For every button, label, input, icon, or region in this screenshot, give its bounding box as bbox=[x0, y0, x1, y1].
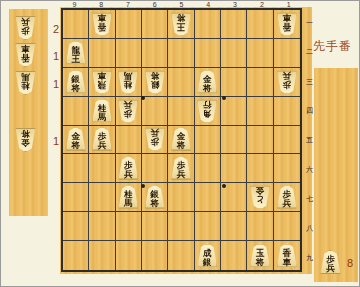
shogi-piece[interactable]: 桂馬 bbox=[91, 98, 112, 122]
shogi-board-panel: 香車王将香車龍王銀将飛車桂馬銀将金将歩兵桂馬歩兵角行金将歩兵歩兵金将歩兵歩兵桂馬… bbox=[60, 7, 312, 274]
hand-count: 1 bbox=[53, 50, 59, 62]
shogi-board[interactable]: 香車王将香車龍王銀将飛車桂馬銀将金将歩兵桂馬歩兵角行金将歩兵歩兵金将歩兵歩兵桂馬… bbox=[61, 8, 302, 272]
shogi-piece[interactable]: 龍王 bbox=[65, 40, 86, 64]
board-square-5二[interactable] bbox=[168, 39, 194, 68]
piece-kanji: 将 bbox=[65, 141, 86, 150]
board-square-9八[interactable] bbox=[63, 212, 89, 241]
board-square-3七[interactable] bbox=[221, 183, 247, 212]
shogi-piece[interactable]: 歩兵 bbox=[170, 156, 191, 180]
hoshi-dot bbox=[141, 96, 145, 100]
board-square-6六[interactable] bbox=[142, 154, 168, 183]
rank-label-1: 一 bbox=[305, 19, 314, 27]
piece-kanji: 香 bbox=[15, 53, 36, 62]
shogi-piece[interactable]: 香車 bbox=[276, 12, 297, 36]
board-square-5三[interactable] bbox=[168, 68, 194, 97]
board-square-3九[interactable] bbox=[221, 241, 247, 270]
piece-kanji: 兵 bbox=[118, 100, 139, 109]
file-label-5: 5 bbox=[172, 1, 192, 8]
board-square-6五[interactable]: 歩兵 bbox=[142, 126, 168, 155]
shogi-piece[interactable]: 香車 bbox=[15, 43, 36, 67]
board-square-3一[interactable] bbox=[221, 10, 247, 39]
file-label-6: 6 bbox=[145, 1, 165, 8]
turn-indicator: 先手番 bbox=[313, 38, 352, 55]
board-square-8七[interactable] bbox=[89, 183, 115, 212]
gote-hand-tray: 歩兵2香車1桂馬1金将1 bbox=[9, 9, 48, 216]
board-square-3二[interactable] bbox=[221, 39, 247, 68]
shogi-piece[interactable]: 銀将 bbox=[65, 69, 86, 93]
board-square-1三[interactable]: 歩兵 bbox=[274, 68, 300, 97]
rank-label-7: 七 bbox=[305, 195, 314, 203]
shogi-piece[interactable]: 歩兵 bbox=[144, 128, 165, 152]
piece-kanji: 行 bbox=[197, 100, 218, 109]
board-square-7七[interactable]: 桂馬 bbox=[116, 183, 142, 212]
board-square-1二[interactable] bbox=[274, 39, 300, 68]
board-square-6三[interactable]: 銀将 bbox=[142, 68, 168, 97]
shogi-piece[interactable]: 玉将 bbox=[249, 243, 270, 267]
board-square-2三[interactable] bbox=[247, 68, 273, 97]
piece-kanji: 王 bbox=[65, 54, 86, 63]
board-square-4六[interactable] bbox=[195, 154, 221, 183]
hand-slot: 歩兵 bbox=[320, 250, 341, 274]
board-square-8八[interactable] bbox=[89, 212, 115, 241]
board-square-5五[interactable]: 金将 bbox=[168, 126, 194, 155]
board-square-4五[interactable] bbox=[195, 126, 221, 155]
piece-kanji: 将 bbox=[170, 13, 191, 22]
piece-kanji: 兵 bbox=[15, 17, 36, 26]
board-square-1八[interactable] bbox=[274, 212, 300, 241]
board-square-7二[interactable] bbox=[116, 39, 142, 68]
hand-count: 2 bbox=[53, 23, 59, 35]
board-square-9四[interactable] bbox=[63, 97, 89, 126]
piece-kanji: 金 bbox=[15, 138, 36, 147]
board-square-2七[interactable]: と金 bbox=[247, 183, 273, 212]
hoshi-dot bbox=[141, 184, 145, 188]
board-square-4九[interactable]: 成銀 bbox=[195, 241, 221, 270]
piece-kanji: 王 bbox=[170, 22, 191, 31]
board-square-8三[interactable]: 飛車 bbox=[89, 68, 115, 97]
hoshi-dot bbox=[222, 96, 226, 100]
rank-label-8: 八 bbox=[305, 224, 314, 232]
board-square-2二[interactable] bbox=[247, 39, 273, 68]
shogi-piece[interactable]: 歩兵 bbox=[276, 70, 297, 94]
board-square-8四[interactable]: 桂馬 bbox=[89, 97, 115, 126]
piece-kanji: 香 bbox=[91, 22, 112, 31]
piece-kanji: 桂 bbox=[15, 81, 36, 90]
file-label-1: 1 bbox=[279, 1, 299, 8]
shogi-piece[interactable]: 歩兵 bbox=[320, 250, 341, 274]
file-label-9: 9 bbox=[64, 1, 84, 8]
board-square-9一[interactable] bbox=[63, 10, 89, 39]
board-square-1一[interactable]: 香車 bbox=[274, 10, 300, 39]
file-label-8: 8 bbox=[91, 1, 111, 8]
piece-kanji: 車 bbox=[15, 44, 36, 53]
board-square-5四[interactable] bbox=[168, 97, 194, 126]
board-square-6二[interactable] bbox=[142, 39, 168, 68]
board-square-4二[interactable] bbox=[195, 39, 221, 68]
board-square-4四[interactable]: 角行 bbox=[195, 97, 221, 126]
board-square-5七[interactable] bbox=[168, 183, 194, 212]
shogi-piece[interactable]: 歩兵 bbox=[15, 16, 36, 40]
rank-label-9: 九 bbox=[305, 254, 314, 262]
piece-kanji: 車 bbox=[91, 71, 112, 80]
piece-kanji: 桂 bbox=[118, 80, 139, 89]
shogi-piece[interactable]: と金 bbox=[249, 186, 270, 210]
board-square-7五[interactable] bbox=[116, 126, 142, 155]
board-square-5六[interactable]: 歩兵 bbox=[168, 154, 194, 183]
piece-kanji: 歩 bbox=[15, 26, 36, 35]
piece-kanji: 金 bbox=[249, 187, 270, 196]
board-square-9三[interactable]: 銀将 bbox=[63, 68, 89, 97]
board-square-1七[interactable]: 歩兵 bbox=[274, 183, 300, 212]
rank-label-4: 四 bbox=[305, 107, 314, 115]
board-square-6七[interactable]: 銀将 bbox=[142, 183, 168, 212]
piece-kanji: 兵 bbox=[276, 71, 297, 80]
board-square-9九[interactable] bbox=[63, 241, 89, 270]
piece-kanji: 銀 bbox=[144, 80, 165, 89]
board-square-1九[interactable]: 香車 bbox=[274, 241, 300, 270]
shogi-piece[interactable]: 歩兵 bbox=[276, 185, 297, 209]
board-square-6八[interactable] bbox=[142, 212, 168, 241]
piece-kanji: 馬 bbox=[118, 71, 139, 80]
shogi-piece[interactable]: 金将 bbox=[15, 128, 36, 152]
shogi-piece[interactable]: 桂馬 bbox=[15, 71, 36, 95]
board-square-3四[interactable] bbox=[221, 97, 247, 126]
shogi-piece[interactable]: 桂馬 bbox=[118, 70, 139, 94]
board-square-5九[interactable] bbox=[168, 241, 194, 270]
board-square-2九[interactable]: 玉将 bbox=[247, 241, 273, 270]
shogi-piece[interactable]: 金将 bbox=[170, 127, 191, 151]
board-square-5一[interactable]: 王将 bbox=[168, 10, 194, 39]
board-square-2六[interactable] bbox=[247, 154, 273, 183]
board-square-2一[interactable] bbox=[247, 10, 273, 39]
piece-kanji: 馬 bbox=[15, 72, 36, 81]
board-square-6四[interactable] bbox=[142, 97, 168, 126]
shogi-piece[interactable]: 歩兵 bbox=[91, 127, 112, 151]
board-square-8六[interactable] bbox=[89, 154, 115, 183]
piece-kanji: 兵 bbox=[118, 170, 139, 179]
piece-kanji: 将 bbox=[15, 129, 36, 138]
board-square-3六[interactable] bbox=[221, 154, 247, 183]
piece-kanji: 兵 bbox=[320, 264, 341, 273]
board-square-6九[interactable] bbox=[142, 241, 168, 270]
board-square-8二[interactable] bbox=[89, 39, 115, 68]
shogi-piece[interactable]: 王将 bbox=[170, 12, 191, 36]
piece-kanji: 馬 bbox=[91, 112, 112, 121]
hoshi-dot bbox=[222, 184, 226, 188]
board-square-4八[interactable] bbox=[195, 212, 221, 241]
board-square-8九[interactable] bbox=[89, 241, 115, 270]
rank-label-6: 六 bbox=[305, 166, 314, 174]
hand-count: 1 bbox=[53, 135, 59, 147]
board-square-4一[interactable] bbox=[195, 10, 221, 39]
board-square-7六[interactable]: 歩兵 bbox=[116, 154, 142, 183]
piece-kanji: 将 bbox=[249, 257, 270, 266]
piece-kanji: 車 bbox=[276, 257, 297, 266]
hand-count: 8 bbox=[347, 257, 353, 269]
piece-kanji: 将 bbox=[197, 83, 218, 92]
board-square-4七[interactable] bbox=[195, 183, 221, 212]
piece-kanji: 将 bbox=[144, 71, 165, 80]
board-square-1四[interactable] bbox=[274, 97, 300, 126]
shogi-app-window: 歩兵2香車1桂馬1金将1 香車王将香車龍王銀将飛車桂馬銀将金将歩兵桂馬歩兵角行金… bbox=[0, 0, 360, 287]
board-square-1五[interactable] bbox=[274, 126, 300, 155]
board-square-9二[interactable]: 龍王 bbox=[63, 39, 89, 68]
piece-kanji: 歩 bbox=[276, 80, 297, 89]
shogi-piece[interactable]: 銀将 bbox=[144, 185, 165, 209]
shogi-piece[interactable]: 銀将 bbox=[144, 70, 165, 94]
board-square-1六[interactable] bbox=[274, 154, 300, 183]
board-square-5八[interactable] bbox=[168, 212, 194, 241]
piece-kanji: 銀 bbox=[197, 257, 218, 266]
board-square-9六[interactable] bbox=[63, 154, 89, 183]
board-square-3八[interactable] bbox=[221, 212, 247, 241]
piece-kanji: 兵 bbox=[170, 170, 191, 179]
piece-kanji: 将 bbox=[170, 141, 191, 150]
piece-kanji: 香 bbox=[276, 22, 297, 31]
piece-kanji: 将 bbox=[65, 83, 86, 92]
file-label-7: 7 bbox=[118, 1, 138, 8]
rank-label-5: 五 bbox=[305, 136, 314, 144]
file-label-4: 4 bbox=[198, 1, 218, 8]
hand-slot: 香車 bbox=[15, 43, 36, 67]
hand-slot: 歩兵 bbox=[15, 16, 36, 40]
board-square-3三[interactable] bbox=[221, 68, 247, 97]
piece-kanji: 歩 bbox=[144, 138, 165, 147]
board-square-2四[interactable] bbox=[247, 97, 273, 126]
board-square-8五[interactable]: 歩兵 bbox=[89, 126, 115, 155]
shogi-piece[interactable]: 香車 bbox=[91, 12, 112, 36]
board-square-7三[interactable]: 桂馬 bbox=[116, 68, 142, 97]
shogi-piece[interactable]: 桂馬 bbox=[118, 185, 139, 209]
rank-label-3: 三 bbox=[305, 78, 314, 86]
sente-hand-tray: 歩兵8 bbox=[314, 68, 358, 282]
board-square-3五[interactable] bbox=[221, 126, 247, 155]
board-square-4三[interactable]: 金将 bbox=[195, 68, 221, 97]
board-square-7九[interactable] bbox=[116, 241, 142, 270]
shogi-piece[interactable]: 飛車 bbox=[91, 70, 112, 94]
shogi-piece[interactable]: 成銀 bbox=[197, 243, 218, 267]
hand-slot: 金将 bbox=[15, 128, 36, 152]
file-label-2: 2 bbox=[252, 1, 272, 8]
board-square-9七[interactable] bbox=[63, 183, 89, 212]
board-square-2八[interactable] bbox=[247, 212, 273, 241]
hand-count: 1 bbox=[53, 78, 59, 90]
piece-kanji: 兵 bbox=[144, 129, 165, 138]
piece-kanji: 兵 bbox=[91, 141, 112, 150]
piece-kanji: と bbox=[249, 196, 270, 205]
shogi-piece[interactable]: 金将 bbox=[197, 69, 218, 93]
hand-slot: 桂馬 bbox=[15, 71, 36, 95]
piece-kanji: 車 bbox=[91, 13, 112, 22]
board-square-7一[interactable] bbox=[116, 10, 142, 39]
shogi-piece[interactable]: 角行 bbox=[197, 99, 218, 123]
piece-kanji: 将 bbox=[144, 199, 165, 208]
piece-kanji: 飛 bbox=[91, 80, 112, 89]
board-square-8一[interactable]: 香車 bbox=[89, 10, 115, 39]
shogi-piece[interactable]: 香車 bbox=[276, 243, 297, 267]
shogi-piece[interactable]: 歩兵 bbox=[118, 99, 139, 123]
board-square-2五[interactable] bbox=[247, 126, 273, 155]
board-square-7四[interactable]: 歩兵 bbox=[116, 97, 142, 126]
board-square-7八[interactable] bbox=[116, 212, 142, 241]
board-square-9五[interactable]: 金将 bbox=[63, 126, 89, 155]
shogi-piece[interactable]: 歩兵 bbox=[118, 156, 139, 180]
board-square-6一[interactable] bbox=[142, 10, 168, 39]
file-label-3: 3 bbox=[225, 1, 245, 8]
piece-kanji: 兵 bbox=[276, 199, 297, 208]
shogi-piece[interactable]: 金将 bbox=[65, 127, 86, 151]
piece-kanji: 馬 bbox=[118, 199, 139, 208]
piece-kanji: 車 bbox=[276, 13, 297, 22]
